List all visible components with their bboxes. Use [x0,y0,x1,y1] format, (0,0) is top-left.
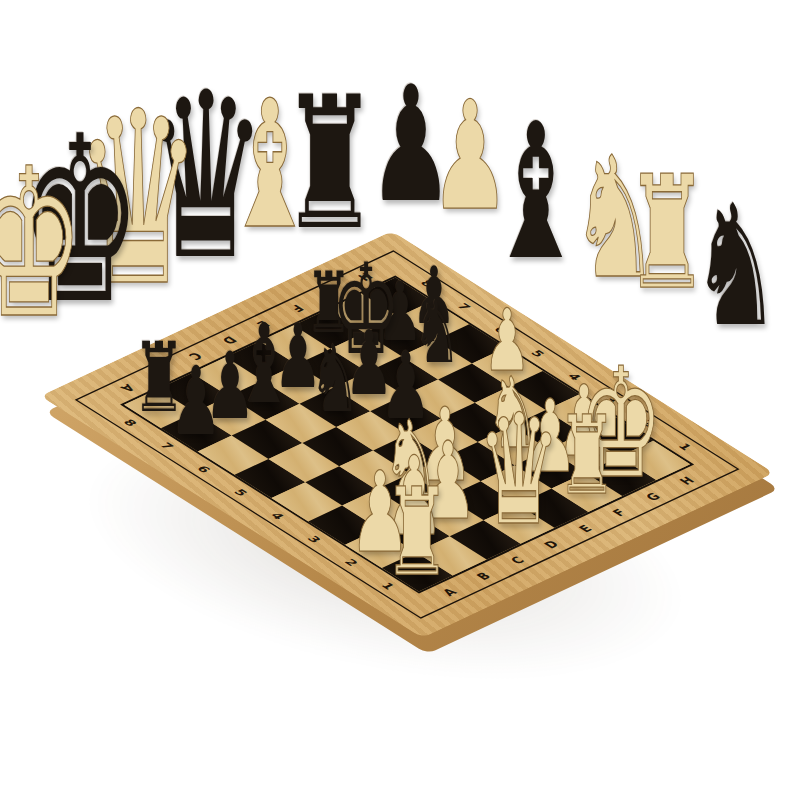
chess-set-product-photo: ♚♚♛♛♝♜♟♟♝♞♜♞ AABBCCDDEEFFGGHH11223344556… [0,0,800,800]
piece-black-pawn-a7[interactable]: ♟ [154,354,239,449]
board-pieces: ♜♜♟♟♝♟♚♟♟♞♟♞♟♟♞♟♞♟♟♟♟♟♜♛♜♚ [0,0,800,800]
piece-white-rook-a1[interactable]: ♜ [363,471,471,591]
